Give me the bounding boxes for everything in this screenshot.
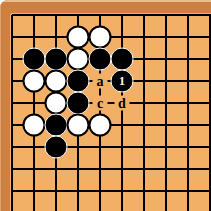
board-intersection[interactable] (89, 136, 111, 158)
board-intersection[interactable] (133, 202, 155, 211)
board-intersection[interactable] (67, 92, 89, 114)
board-intersection[interactable] (199, 92, 211, 114)
white-stone (67, 48, 90, 71)
board-intersection[interactable] (177, 114, 199, 136)
white-stone (67, 26, 90, 49)
board-intersection[interactable] (155, 180, 177, 202)
point-label-c: c (93, 96, 108, 111)
board-intersection[interactable] (199, 48, 211, 70)
board-intersection[interactable] (111, 158, 133, 180)
black-stone (67, 92, 90, 115)
board-intersection[interactable] (133, 48, 155, 70)
board-intersection[interactable] (199, 158, 211, 180)
board-intersection[interactable] (67, 136, 89, 158)
board-intersection[interactable] (177, 180, 199, 202)
black-stone (45, 136, 68, 159)
board-intersection[interactable] (45, 202, 67, 211)
board-intersection[interactable] (45, 48, 67, 70)
board-intersection[interactable] (23, 158, 45, 180)
board-intersection[interactable] (10, 158, 23, 180)
white-stone (45, 70, 68, 93)
go-board-diagram: a1cd (0, 0, 211, 211)
white-stone (23, 114, 46, 137)
board-intersection[interactable] (67, 48, 89, 70)
board-intersection[interactable] (67, 158, 89, 180)
board-intersection[interactable] (45, 70, 67, 92)
board-intersection[interactable] (177, 136, 199, 158)
black-stone (45, 114, 68, 137)
board-intersection[interactable] (45, 114, 67, 136)
board-intersection[interactable] (155, 92, 177, 114)
board-intersection[interactable] (155, 48, 177, 70)
board-intersection[interactable] (45, 136, 67, 158)
board-intersection[interactable] (67, 202, 89, 211)
go-board-grid: a1cd (10, 13, 211, 211)
board-intersection[interactable] (199, 70, 211, 92)
point-label-a: a (93, 74, 108, 89)
board-intersection[interactable] (89, 48, 111, 70)
board-intersection[interactable] (133, 13, 155, 26)
board-intersection[interactable] (133, 136, 155, 158)
board-intersection[interactable] (111, 202, 133, 211)
board-intersection[interactable] (23, 202, 45, 211)
board-intersection[interactable] (67, 114, 89, 136)
white-stone (67, 114, 90, 137)
board-intersection[interactable] (177, 92, 199, 114)
board-intersection[interactable] (89, 26, 111, 48)
board-intersection[interactable] (155, 26, 177, 48)
board-intersection[interactable] (133, 70, 155, 92)
board-intersection[interactable] (67, 26, 89, 48)
board-intersection[interactable] (10, 26, 23, 48)
black-stone: 1 (111, 70, 134, 93)
board-intersection[interactable] (45, 180, 67, 202)
board-intersection[interactable] (10, 114, 23, 136)
board-intersection[interactable] (111, 13, 133, 26)
board-intersection[interactable] (199, 180, 211, 202)
black-stone (67, 70, 90, 93)
board-intersection[interactable]: c (89, 92, 111, 114)
board-intersection[interactable] (45, 158, 67, 180)
board-intersection[interactable] (89, 114, 111, 136)
board-intersection[interactable] (10, 70, 23, 92)
board-intersection[interactable] (177, 48, 199, 70)
board-intersection[interactable] (45, 13, 67, 26)
board-intersection[interactable] (89, 13, 111, 26)
white-stone (89, 114, 112, 137)
board-intersection[interactable] (111, 114, 133, 136)
board-intersection[interactable] (10, 48, 23, 70)
board-intersection[interactable] (155, 114, 177, 136)
black-stone (45, 48, 68, 71)
board-intersection[interactable] (23, 70, 45, 92)
board-intersection[interactable] (155, 13, 177, 26)
board-intersection[interactable]: d (111, 92, 133, 114)
board-intersection[interactable] (133, 26, 155, 48)
board-intersection[interactable] (10, 13, 23, 26)
board-intersection[interactable] (67, 13, 89, 26)
board-intersection[interactable] (199, 13, 211, 26)
board-intersection[interactable] (111, 48, 133, 70)
board-intersection[interactable] (177, 202, 199, 211)
board-intersection[interactable] (155, 70, 177, 92)
white-stone (45, 92, 68, 115)
board-intersection[interactable] (10, 136, 23, 158)
board-intersection[interactable]: 1 (111, 70, 133, 92)
board-intersection[interactable] (23, 48, 45, 70)
board-intersection[interactable] (111, 180, 133, 202)
go-board: a1cd (10, 13, 211, 211)
white-stone (23, 70, 46, 93)
frame-highlight-top (0, 0, 211, 2)
board-intersection[interactable] (45, 26, 67, 48)
white-stone (89, 26, 112, 49)
board-intersection[interactable] (23, 136, 45, 158)
board-intersection[interactable] (23, 92, 45, 114)
board-intersection[interactable] (111, 136, 133, 158)
board-intersection[interactable]: a (89, 70, 111, 92)
board-intersection[interactable] (199, 114, 211, 136)
board-intersection[interactable] (177, 70, 199, 92)
board-intersection[interactable] (133, 114, 155, 136)
board-intersection[interactable] (67, 180, 89, 202)
point-label-d: d (115, 96, 130, 111)
black-stone (111, 48, 134, 71)
board-intersection[interactable] (155, 202, 177, 211)
board-intersection[interactable] (199, 136, 211, 158)
board-intersection[interactable] (67, 70, 89, 92)
board-intersection[interactable] (45, 92, 67, 114)
board-intersection[interactable] (111, 26, 133, 48)
board-intersection[interactable] (155, 158, 177, 180)
board-intersection[interactable] (133, 180, 155, 202)
board-intersection[interactable] (89, 180, 111, 202)
board-intersection[interactable] (155, 136, 177, 158)
move-number: 1 (119, 75, 125, 87)
board-intersection[interactable] (10, 92, 23, 114)
black-stone (89, 48, 112, 71)
board-intersection[interactable] (10, 180, 23, 202)
board-intersection[interactable] (23, 13, 45, 26)
board-intersection[interactable] (23, 180, 45, 202)
board-intersection[interactable] (199, 202, 211, 211)
board-intersection[interactable] (89, 202, 111, 211)
board-intersection[interactable] (177, 158, 199, 180)
board-intersection[interactable] (23, 114, 45, 136)
board-intersection[interactable] (23, 26, 45, 48)
black-stone (23, 48, 46, 71)
board-intersection[interactable] (177, 26, 199, 48)
board-intersection[interactable] (133, 92, 155, 114)
board-intersection[interactable] (133, 158, 155, 180)
board-intersection[interactable] (199, 26, 211, 48)
board-intersection[interactable] (89, 158, 111, 180)
frame-highlight-left (0, 0, 1, 211)
board-intersection[interactable] (177, 13, 199, 26)
board-intersection[interactable] (10, 202, 23, 211)
